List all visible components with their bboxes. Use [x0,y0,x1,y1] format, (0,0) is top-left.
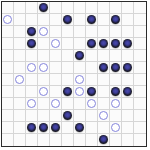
cell-r4c1[interactable] [2,38,14,50]
cell-r1c8[interactable] [86,2,98,14]
cell-r9c11[interactable] [122,98,134,110]
white-circle [27,99,37,109]
cell-r9c1[interactable] [2,98,14,110]
black-circle [87,15,97,25]
black-circle [27,39,37,49]
cell-r4c12[interactable] [134,38,146,50]
cell-r7c5[interactable] [50,74,62,86]
cell-r1c4[interactable] [38,2,50,14]
cell-r12c9[interactable] [98,134,110,146]
cell-r5c12[interactable] [134,50,146,62]
cell-r12c2[interactable] [14,134,26,146]
cell-r2c2[interactable] [14,14,26,26]
cell-r3c6[interactable] [62,26,74,38]
cell-r2c6[interactable] [62,14,74,26]
cell-r7c6[interactable] [62,74,74,86]
cell-r8c10[interactable] [110,86,122,98]
puzzle-board [1,1,147,147]
cell-r1c5[interactable] [50,2,62,14]
cell-r6c8[interactable] [86,62,98,74]
cell-r5c7[interactable] [74,50,86,62]
cell-r12c6[interactable] [62,134,74,146]
cell-r8c2[interactable] [14,86,26,98]
cell-r5c10[interactable] [110,50,122,62]
black-circle [75,51,85,61]
black-circle [111,63,121,73]
cell-r2c12[interactable] [134,14,146,26]
cell-r3c12[interactable] [134,26,146,38]
cell-r10c5[interactable] [50,110,62,122]
cell-r6c9[interactable] [98,62,110,74]
white-circle [27,63,37,73]
cell-r12c11[interactable] [122,134,134,146]
cell-r3c8[interactable] [86,26,98,38]
black-circle [51,123,61,133]
cell-r3c9[interactable] [98,26,110,38]
black-circle [123,87,133,97]
cell-r11c1[interactable] [2,122,14,134]
white-circle [51,99,61,109]
cell-r1c6[interactable] [62,2,74,14]
cell-r7c3[interactable] [26,74,38,86]
cell-r10c7[interactable] [74,110,86,122]
cell-r8c11[interactable] [122,86,134,98]
cell-r7c9[interactable] [98,74,110,86]
cell-r4c8[interactable] [86,38,98,50]
cell-r2c8[interactable] [86,14,98,26]
cell-r5c9[interactable] [98,50,110,62]
cell-r4c3[interactable] [26,38,38,50]
cell-r8c1[interactable] [2,86,14,98]
black-circle [123,39,133,49]
cell-r3c5[interactable] [50,26,62,38]
cell-r10c1[interactable] [2,110,14,122]
cell-r2c4[interactable] [38,14,50,26]
cell-r8c8[interactable] [86,86,98,98]
cell-r5c8[interactable] [86,50,98,62]
cell-r5c6[interactable] [62,50,74,62]
cell-r2c10[interactable] [110,14,122,26]
cell-r11c10[interactable] [110,122,122,134]
cell-r10c3[interactable] [26,110,38,122]
cell-r9c2[interactable] [14,98,26,110]
cell-r12c10[interactable] [110,134,122,146]
cell-r1c9[interactable] [98,2,110,14]
cell-r9c3[interactable] [26,98,38,110]
cell-r6c12[interactable] [134,62,146,74]
cell-r11c8[interactable] [86,122,98,134]
cell-r6c10[interactable] [110,62,122,74]
black-circle [39,123,49,133]
cell-r5c2[interactable] [14,50,26,62]
cell-r9c5[interactable] [50,98,62,110]
cell-r3c11[interactable] [122,26,134,38]
cell-r4c5[interactable] [50,38,62,50]
cell-r2c3[interactable] [26,14,38,26]
black-circle [27,27,37,37]
white-circle [75,75,85,85]
black-circle [99,63,109,73]
black-circle [123,63,133,73]
black-circle [99,135,109,145]
cell-r8c12[interactable] [134,86,146,98]
cell-r10c12[interactable] [134,110,146,122]
cell-r10c9[interactable] [98,110,110,122]
white-circle [51,39,61,49]
cell-r9c9[interactable] [98,98,110,110]
cell-r7c1[interactable] [2,74,14,86]
cell-r5c5[interactable] [50,50,62,62]
cell-r9c4[interactable] [38,98,50,110]
cell-r2c7[interactable] [74,14,86,26]
cell-r1c7[interactable] [74,2,86,14]
cell-r8c3[interactable] [26,86,38,98]
cell-r2c9[interactable] [98,14,110,26]
cell-r8c4[interactable] [38,86,50,98]
white-circle [39,27,49,37]
cell-r2c5[interactable] [50,14,62,26]
cell-r7c8[interactable] [86,74,98,86]
white-circle [39,87,49,97]
cell-r11c9[interactable] [98,122,110,134]
cell-r6c11[interactable] [122,62,134,74]
black-circle [111,15,121,25]
cell-r12c5[interactable] [50,134,62,146]
cell-r11c3[interactable] [26,122,38,134]
white-circle [87,99,97,109]
cell-r8c6[interactable] [62,86,74,98]
cell-r4c10[interactable] [110,38,122,50]
cell-r6c3[interactable] [26,62,38,74]
cell-r1c11[interactable] [122,2,134,14]
black-circle [63,15,73,25]
cell-r10c8[interactable] [86,110,98,122]
cell-r5c3[interactable] [26,50,38,62]
cell-r10c10[interactable] [110,110,122,122]
black-circle [63,87,73,97]
cell-r11c6[interactable] [62,122,74,134]
cell-r12c4[interactable] [38,134,50,146]
cell-r1c1[interactable] [2,2,14,14]
cell-r6c2[interactable] [14,62,26,74]
cell-r9c12[interactable] [134,98,146,110]
cell-r9c7[interactable] [74,98,86,110]
cell-r9c8[interactable] [86,98,98,110]
cell-r4c2[interactable] [14,38,26,50]
white-circle [111,99,121,109]
cell-r11c5[interactable] [50,122,62,134]
cell-r11c4[interactable] [38,122,50,134]
black-circle [87,87,97,97]
white-circle [15,75,25,85]
white-circle [99,111,109,121]
cell-r4c4[interactable] [38,38,50,50]
cell-r3c2[interactable] [14,26,26,38]
cell-r6c4[interactable] [38,62,50,74]
cell-r11c11[interactable] [122,122,134,134]
cell-r12c8[interactable] [86,134,98,146]
black-circle [99,39,109,49]
cell-r6c7[interactable] [74,62,86,74]
cell-r11c7[interactable] [74,122,86,134]
cell-r8c9[interactable] [98,86,110,98]
cell-r2c11[interactable] [122,14,134,26]
cell-r7c7[interactable] [74,74,86,86]
cell-r3c4[interactable] [38,26,50,38]
cell-r7c12[interactable] [134,74,146,86]
cell-r4c7[interactable] [74,38,86,50]
cell-r3c10[interactable] [110,26,122,38]
cell-r6c5[interactable] [50,62,62,74]
cell-r4c6[interactable] [62,38,74,50]
black-circle [111,39,121,49]
cell-r7c4[interactable] [38,74,50,86]
cell-r1c3[interactable] [26,2,38,14]
cell-r8c5[interactable] [50,86,62,98]
black-circle [75,123,85,133]
cell-r6c6[interactable] [62,62,74,74]
cell-r6c1[interactable] [2,62,14,74]
cell-r7c2[interactable] [14,74,26,86]
cell-r7c11[interactable] [122,74,134,86]
cell-r12c12[interactable] [134,134,146,146]
cell-r5c11[interactable] [122,50,134,62]
cell-r4c9[interactable] [98,38,110,50]
cell-r11c2[interactable] [14,122,26,134]
black-circle [27,123,37,133]
cell-r4c11[interactable] [122,38,134,50]
cell-r11c12[interactable] [134,122,146,134]
cell-r9c6[interactable] [62,98,74,110]
white-circle [75,87,85,97]
cell-r12c7[interactable] [74,134,86,146]
black-circle [63,111,73,121]
black-circle [87,39,97,49]
white-circle [111,123,121,133]
cell-r1c10[interactable] [110,2,122,14]
cell-r3c1[interactable] [2,26,14,38]
cell-r10c11[interactable] [122,110,134,122]
cell-r3c3[interactable] [26,26,38,38]
cell-r12c3[interactable] [26,134,38,146]
cell-r3c7[interactable] [74,26,86,38]
cell-r9c10[interactable] [110,98,122,110]
white-circle [3,15,13,25]
black-circle [39,3,49,13]
cell-r10c2[interactable] [14,110,26,122]
black-circle [111,87,121,97]
cell-r2c1[interactable] [2,14,14,26]
cell-r1c2[interactable] [14,2,26,14]
cell-r8c7[interactable] [74,86,86,98]
cell-r5c4[interactable] [38,50,50,62]
cell-r12c1[interactable] [2,134,14,146]
cell-r10c4[interactable] [38,110,50,122]
cell-r5c1[interactable] [2,50,14,62]
cell-r10c6[interactable] [62,110,74,122]
cell-r7c10[interactable] [110,74,122,86]
cell-r1c12[interactable] [134,2,146,14]
white-circle [39,63,49,73]
